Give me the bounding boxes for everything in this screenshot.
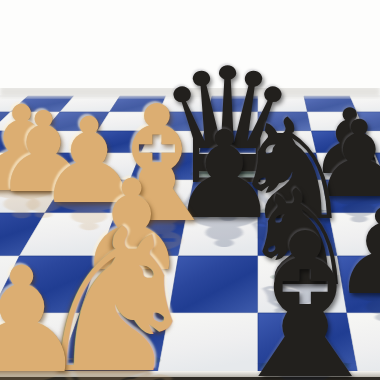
pieces-layer: ♟♟♟♟♟♟♝♝♟♟♞♞♟♟♛♛♟♟♞♞♟♟♟♟♞♞♝♝♟♟ [0,0,380,380]
piece-white-pawn-b1[interactable]: ♟ [0,247,87,380]
piece-black-bishop-e1[interactable]: ♝ [216,207,380,380]
chess-photo-stage: ♟♟♟♟♟♟♝♝♟♟♞♞♟♟♛♛♟♟♞♞♟♟♟♟♞♞♝♝♟♟ [0,0,380,380]
